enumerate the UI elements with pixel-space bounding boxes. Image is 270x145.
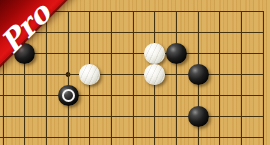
intersection[interactable] [122,64,144,85]
intersection[interactable] [144,85,166,106]
intersection[interactable] [101,1,123,22]
hoshi-intersection[interactable] [57,64,79,85]
intersection[interactable] [144,1,166,22]
intersection[interactable] [36,43,58,64]
intersection[interactable] [187,106,209,127]
intersection[interactable] [122,85,144,106]
black-stone [166,43,187,64]
intersection[interactable] [79,22,101,43]
intersection[interactable] [231,22,253,43]
intersection[interactable] [187,43,209,64]
intersection[interactable] [101,43,123,64]
intersection[interactable] [252,43,270,64]
intersection[interactable] [36,127,58,145]
intersection[interactable] [252,22,270,43]
intersection[interactable] [166,127,188,145]
intersection[interactable] [166,1,188,22]
intersection[interactable] [144,22,166,43]
intersection[interactable] [0,127,14,145]
intersection[interactable] [122,127,144,145]
white-stone [144,43,165,64]
intersection[interactable] [166,85,188,106]
black-stone [188,64,209,85]
intersection[interactable] [101,106,123,127]
intersection[interactable] [187,85,209,106]
go-app-screenshot: Pro [0,0,270,145]
intersection[interactable] [252,127,270,145]
intersection[interactable] [144,43,166,64]
intersection[interactable] [36,106,58,127]
intersection[interactable] [209,43,231,64]
intersection[interactable] [122,106,144,127]
intersection[interactable] [209,1,231,22]
intersection[interactable] [122,1,144,22]
intersection[interactable] [252,64,270,85]
intersection[interactable] [79,43,101,64]
intersection[interactable] [14,106,36,127]
white-stone [144,64,165,85]
intersection[interactable] [209,106,231,127]
intersection[interactable] [57,85,79,106]
intersection[interactable] [79,1,101,22]
white-stone [79,64,100,85]
intersection[interactable] [231,1,253,22]
intersection[interactable] [0,106,14,127]
intersection[interactable] [36,85,58,106]
intersection[interactable] [166,22,188,43]
intersection[interactable] [122,43,144,64]
intersection[interactable] [0,85,14,106]
intersection[interactable] [14,64,36,85]
intersection[interactable] [101,64,123,85]
intersection[interactable] [79,106,101,127]
intersection[interactable] [187,127,209,145]
intersection[interactable] [166,43,188,64]
intersection[interactable] [231,127,253,145]
intersection[interactable] [231,106,253,127]
intersection[interactable] [144,127,166,145]
intersection[interactable] [231,85,253,106]
hoshi-intersection[interactable] [187,64,209,85]
intersection[interactable] [209,22,231,43]
intersection[interactable] [57,22,79,43]
intersection[interactable] [166,106,188,127]
intersection[interactable] [57,106,79,127]
intersection[interactable] [101,85,123,106]
intersection[interactable] [79,64,101,85]
intersection[interactable] [101,127,123,145]
intersection[interactable] [209,127,231,145]
intersection[interactable] [122,22,144,43]
intersection[interactable] [101,22,123,43]
intersection[interactable] [57,127,79,145]
intersection[interactable] [14,85,36,106]
intersection[interactable] [79,127,101,145]
black-stone [188,106,209,127]
intersection[interactable] [209,85,231,106]
intersection[interactable] [144,64,166,85]
intersection[interactable] [57,43,79,64]
intersection[interactable] [231,43,253,64]
black-stone [58,85,79,106]
intersection[interactable] [252,1,270,22]
intersection[interactable] [79,85,101,106]
intersection[interactable] [209,64,231,85]
intersection[interactable] [0,64,14,85]
intersection[interactable] [36,64,58,85]
intersection[interactable] [231,64,253,85]
intersection[interactable] [166,64,188,85]
intersection[interactable] [144,106,166,127]
last-move-marker [62,89,75,102]
intersection[interactable] [14,127,36,145]
intersection[interactable] [252,106,270,127]
intersection[interactable] [187,22,209,43]
intersection[interactable] [187,1,209,22]
intersection[interactable] [252,85,270,106]
